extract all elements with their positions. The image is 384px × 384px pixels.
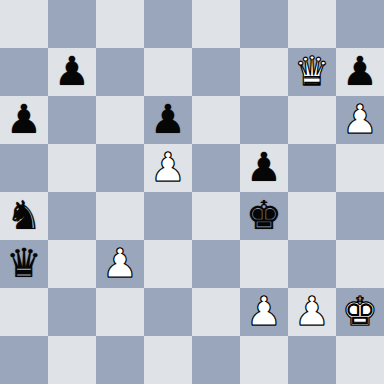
square-h2[interactable]: ♚ xyxy=(336,288,384,336)
square-b6[interactable] xyxy=(48,96,96,144)
square-g5[interactable] xyxy=(288,144,336,192)
piece-white-pawn-f2[interactable]: ♟ xyxy=(240,287,288,335)
square-f6[interactable] xyxy=(240,96,288,144)
square-e3[interactable] xyxy=(192,240,240,288)
piece-white-pawn-c3[interactable]: ♟ xyxy=(96,239,144,287)
square-e2[interactable] xyxy=(192,288,240,336)
square-e4[interactable] xyxy=(192,192,240,240)
piece-white-queen-g7[interactable]: ♛ xyxy=(288,47,336,95)
square-g8[interactable] xyxy=(288,0,336,48)
square-c7[interactable] xyxy=(96,48,144,96)
square-f4[interactable]: ♚ xyxy=(240,192,288,240)
square-c8[interactable] xyxy=(96,0,144,48)
piece-black-queen-a3[interactable]: ♛ xyxy=(0,239,48,287)
square-c4[interactable] xyxy=(96,192,144,240)
square-f8[interactable] xyxy=(240,0,288,48)
square-h3[interactable] xyxy=(336,240,384,288)
square-a8[interactable] xyxy=(0,0,48,48)
square-c1[interactable] xyxy=(96,336,144,384)
piece-white-pawn-g2[interactable]: ♟ xyxy=(288,287,336,335)
piece-black-king-f4[interactable]: ♚ xyxy=(240,191,288,239)
square-b3[interactable] xyxy=(48,240,96,288)
square-g7[interactable]: ♛ xyxy=(288,48,336,96)
square-g4[interactable] xyxy=(288,192,336,240)
square-d2[interactable] xyxy=(144,288,192,336)
square-d4[interactable] xyxy=(144,192,192,240)
square-c6[interactable] xyxy=(96,96,144,144)
piece-black-pawn-a6[interactable]: ♟ xyxy=(0,95,48,143)
square-h5[interactable] xyxy=(336,144,384,192)
square-f1[interactable] xyxy=(240,336,288,384)
chess-board: ♟♛♟♟♟♟♟♟♞♚♛♟♟♟♚ xyxy=(0,0,384,384)
square-d5[interactable]: ♟ xyxy=(144,144,192,192)
square-c3[interactable]: ♟ xyxy=(96,240,144,288)
piece-white-pawn-d5[interactable]: ♟ xyxy=(144,143,192,191)
square-d6[interactable]: ♟ xyxy=(144,96,192,144)
piece-black-pawn-h7[interactable]: ♟ xyxy=(336,47,384,95)
piece-black-pawn-b7[interactable]: ♟ xyxy=(48,47,96,95)
piece-black-pawn-f5[interactable]: ♟ xyxy=(240,143,288,191)
square-e6[interactable] xyxy=(192,96,240,144)
square-b8[interactable] xyxy=(48,0,96,48)
piece-white-pawn-h6[interactable]: ♟ xyxy=(336,95,384,143)
square-e5[interactable] xyxy=(192,144,240,192)
square-h7[interactable]: ♟ xyxy=(336,48,384,96)
square-d8[interactable] xyxy=(144,0,192,48)
square-d3[interactable] xyxy=(144,240,192,288)
square-h8[interactable] xyxy=(336,0,384,48)
square-a2[interactable] xyxy=(0,288,48,336)
square-b7[interactable]: ♟ xyxy=(48,48,96,96)
square-g1[interactable] xyxy=(288,336,336,384)
square-g2[interactable]: ♟ xyxy=(288,288,336,336)
square-f3[interactable] xyxy=(240,240,288,288)
piece-black-knight-a4[interactable]: ♞ xyxy=(0,191,48,239)
square-a1[interactable] xyxy=(0,336,48,384)
square-a4[interactable]: ♞ xyxy=(0,192,48,240)
square-a7[interactable] xyxy=(0,48,48,96)
square-a5[interactable] xyxy=(0,144,48,192)
square-g3[interactable] xyxy=(288,240,336,288)
square-g6[interactable] xyxy=(288,96,336,144)
square-e7[interactable] xyxy=(192,48,240,96)
square-e1[interactable] xyxy=(192,336,240,384)
square-a6[interactable]: ♟ xyxy=(0,96,48,144)
square-d7[interactable] xyxy=(144,48,192,96)
square-f5[interactable]: ♟ xyxy=(240,144,288,192)
square-c2[interactable] xyxy=(96,288,144,336)
square-b1[interactable] xyxy=(48,336,96,384)
piece-white-king-h2[interactable]: ♚ xyxy=(336,287,384,335)
square-d1[interactable] xyxy=(144,336,192,384)
square-c5[interactable] xyxy=(96,144,144,192)
square-b2[interactable] xyxy=(48,288,96,336)
square-h1[interactable] xyxy=(336,336,384,384)
square-f2[interactable]: ♟ xyxy=(240,288,288,336)
square-a3[interactable]: ♛ xyxy=(0,240,48,288)
square-b5[interactable] xyxy=(48,144,96,192)
square-h6[interactable]: ♟ xyxy=(336,96,384,144)
piece-black-pawn-d6[interactable]: ♟ xyxy=(144,95,192,143)
square-f7[interactable] xyxy=(240,48,288,96)
square-e8[interactable] xyxy=(192,0,240,48)
square-b4[interactable] xyxy=(48,192,96,240)
square-h4[interactable] xyxy=(336,192,384,240)
